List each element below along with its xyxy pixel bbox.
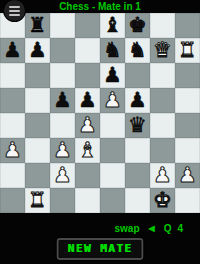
piece-bK-f8[interactable]: ♚ <box>125 13 150 38</box>
piece-wR-h7[interactable]: ♜ <box>175 38 200 63</box>
square-g4[interactable] <box>150 113 175 138</box>
swap-button[interactable]: swap <box>114 223 139 235</box>
piece-wP-c2[interactable]: ♟ <box>50 163 75 188</box>
square-g7[interactable]: ♛ <box>150 38 175 63</box>
piece-wP-d4[interactable]: ♟ <box>75 113 100 138</box>
square-f1[interactable] <box>125 188 150 213</box>
square-h1[interactable] <box>175 188 200 213</box>
square-e1[interactable] <box>100 188 125 213</box>
square-e5[interactable]: ♟ <box>100 88 125 113</box>
square-c3[interactable]: ♟ <box>50 138 75 163</box>
piece-wP-h2[interactable]: ♟ <box>175 163 200 188</box>
square-b6[interactable] <box>25 63 50 88</box>
square-d1[interactable] <box>75 188 100 213</box>
square-e2[interactable] <box>100 163 125 188</box>
piece-bR-b8[interactable]: ♜ <box>25 13 50 38</box>
square-a3[interactable]: ♟ <box>0 138 25 163</box>
piece-bP-d5[interactable]: ♟ <box>75 88 100 113</box>
square-f6[interactable] <box>125 63 150 88</box>
square-e4[interactable] <box>100 113 125 138</box>
square-g8[interactable] <box>150 13 175 38</box>
square-a1[interactable] <box>0 188 25 213</box>
square-c7[interactable] <box>50 38 75 63</box>
piece-wR-b1[interactable]: ♜ <box>25 188 50 213</box>
square-d7[interactable] <box>75 38 100 63</box>
square-h6[interactable] <box>175 63 200 88</box>
hamburger-icon <box>9 6 20 8</box>
piece-bN-e7[interactable]: ♞ <box>100 38 125 63</box>
square-h4[interactable] <box>175 113 200 138</box>
piece-bN-f7[interactable]: ♞ <box>125 38 150 63</box>
piece-wQ-g7[interactable]: ♛ <box>150 38 175 63</box>
piece-bQ-f4[interactable]: ♛ <box>125 113 150 138</box>
square-f8[interactable]: ♚ <box>125 13 150 38</box>
square-b4[interactable] <box>25 113 50 138</box>
square-a4[interactable] <box>0 113 25 138</box>
square-b5[interactable] <box>25 88 50 113</box>
piece-wP-a3[interactable]: ♟ <box>0 138 25 163</box>
square-g6[interactable] <box>150 63 175 88</box>
piece-bP-f5[interactable]: ♟ <box>125 88 150 113</box>
square-b8[interactable]: ♜ <box>25 13 50 38</box>
square-c8[interactable] <box>50 13 75 38</box>
square-f4[interactable]: ♛ <box>125 113 150 138</box>
square-c5[interactable]: ♟ <box>50 88 75 113</box>
square-g5[interactable] <box>150 88 175 113</box>
piece-bP-c5[interactable]: ♟ <box>50 88 75 113</box>
hint-count: 4 <box>177 223 183 235</box>
square-b7[interactable]: ♟ <box>25 38 50 63</box>
square-c2[interactable]: ♟ <box>50 163 75 188</box>
square-g3[interactable] <box>150 138 175 163</box>
square-h8[interactable] <box>175 13 200 38</box>
piece-bP-e6[interactable]: ♟ <box>100 63 125 88</box>
square-f2[interactable] <box>125 163 150 188</box>
back-arrow-icon[interactable]: ◀ <box>149 223 155 235</box>
piece-wP-g2[interactable]: ♟ <box>150 163 175 188</box>
square-c1[interactable] <box>50 188 75 213</box>
square-f3[interactable] <box>125 138 150 163</box>
piece-wK-g1[interactable]: ♚ <box>150 188 175 213</box>
square-e3[interactable] <box>100 138 125 163</box>
square-b2[interactable] <box>25 163 50 188</box>
square-e6[interactable]: ♟ <box>100 63 125 88</box>
square-d3[interactable]: ♝ <box>75 138 100 163</box>
square-d6[interactable] <box>75 63 100 88</box>
square-d2[interactable] <box>75 163 100 188</box>
square-a2[interactable] <box>0 163 25 188</box>
page-title: Chess - Mate in 1 <box>0 0 200 13</box>
square-c4[interactable] <box>50 113 75 138</box>
hint-group: Q 4 <box>164 223 183 235</box>
hamburger-menu-button[interactable] <box>4 0 25 21</box>
piece-bP-b7[interactable]: ♟ <box>25 38 50 63</box>
square-e7[interactable]: ♞ <box>100 38 125 63</box>
square-b1[interactable]: ♜ <box>25 188 50 213</box>
square-h7[interactable]: ♜ <box>175 38 200 63</box>
hint-piece-label: Q <box>164 223 172 235</box>
square-h5[interactable] <box>175 88 200 113</box>
square-b3[interactable] <box>25 138 50 163</box>
square-g1[interactable]: ♚ <box>150 188 175 213</box>
chess-board: ♜♝♚♟♟♞♞♛♜♟♟♟♟♟♟♛♟♟♝♟♟♟♜♚ <box>0 13 200 213</box>
square-d4[interactable]: ♟ <box>75 113 100 138</box>
piece-bP-a7[interactable]: ♟ <box>0 38 25 63</box>
square-d5[interactable]: ♟ <box>75 88 100 113</box>
square-a5[interactable] <box>0 88 25 113</box>
piece-wP-e5[interactable]: ♟ <box>100 88 125 113</box>
square-a6[interactable] <box>0 63 25 88</box>
square-d8[interactable] <box>75 13 100 38</box>
piece-wP-c3[interactable]: ♟ <box>50 138 75 163</box>
square-h2[interactable]: ♟ <box>175 163 200 188</box>
square-h3[interactable] <box>175 138 200 163</box>
square-f7[interactable]: ♞ <box>125 38 150 63</box>
square-g2[interactable]: ♟ <box>150 163 175 188</box>
piece-wB-d3[interactable]: ♝ <box>75 138 100 163</box>
piece-bB-e8[interactable]: ♝ <box>100 13 125 38</box>
bottom-controls: swap ◀ Q 4 <box>114 223 183 235</box>
square-a7[interactable]: ♟ <box>0 38 25 63</box>
square-c6[interactable] <box>50 63 75 88</box>
square-e8[interactable]: ♝ <box>100 13 125 38</box>
square-f5[interactable]: ♟ <box>125 88 150 113</box>
new-mate-button[interactable]: NEW MATE <box>57 238 144 260</box>
